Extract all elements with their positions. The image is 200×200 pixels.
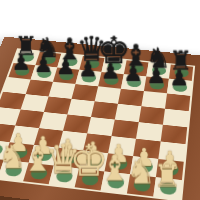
felt-pad <box>59 151 77 164</box>
square-e3 <box>83 133 111 153</box>
square-h4 <box>161 125 188 144</box>
square-c3 <box>34 128 63 148</box>
square-b6 <box>26 79 53 96</box>
square-f5 <box>115 104 142 122</box>
square-h2: ♟ <box>156 159 184 180</box>
square-e4 <box>87 117 115 136</box>
felt-pad <box>80 72 96 82</box>
square-f2: ♟ <box>104 153 133 174</box>
square-h1: ♜ <box>153 177 182 199</box>
felt-pad <box>4 163 23 176</box>
board-frame: ♜♞♝♛♚♝♞♜♟♟♟♟♟♟♟♟♟♟♟♟♟♟♟♟♜♞♝♛♚♝♞♜ <box>0 37 200 200</box>
felt-pad <box>85 154 103 167</box>
square-c5 <box>44 96 72 114</box>
felt-pad <box>0 143 4 156</box>
square-g4 <box>136 122 163 141</box>
felt-pad <box>19 52 35 62</box>
felt-pad <box>159 181 177 195</box>
board-scene: ♜♞♝♛♚♝♞♜♟♟♟♟♟♟♟♟♟♟♟♟♟♟♟♟♜♞♝♛♚♝♞♜ <box>0 0 200 200</box>
square-e8: ♚ <box>102 58 127 74</box>
felt-pad <box>172 82 187 93</box>
felt-pad <box>29 166 48 179</box>
felt-pad <box>126 77 142 88</box>
felt-pad <box>62 56 78 66</box>
felt-pad <box>10 146 29 159</box>
felt-pad <box>174 67 189 77</box>
square-d4 <box>63 114 91 133</box>
felt-pad <box>106 175 124 189</box>
felt-pad <box>84 59 100 69</box>
felt-pad <box>129 63 145 73</box>
square-h6 <box>165 93 190 111</box>
felt-pad <box>110 157 128 170</box>
chess-board: ♜♞♝♛♚♝♞♜♟♟♟♟♟♟♟♟♟♟♟♟♟♟♟♟♜♞♝♛♚♝♞♜ <box>0 37 200 200</box>
square-g1: ♞ <box>127 174 156 196</box>
square-h7: ♟ <box>167 79 192 96</box>
felt-pad <box>132 178 150 192</box>
felt-pad <box>40 54 56 64</box>
felt-pad <box>149 79 165 90</box>
chess-set-photo: ♜♞♝♛♚♝♞♜♟♟♟♟♟♟♟♟♟♟♟♟♟♟♟♟♜♞♝♛♚♝♞♜ <box>0 0 200 200</box>
felt-pad <box>58 70 74 80</box>
square-e5 <box>91 101 118 119</box>
felt-pad <box>36 68 53 78</box>
board-grid: ♜♞♝♛♚♝♞♜♟♟♟♟♟♟♟♟♟♟♟♟♟♟♟♟♜♞♝♛♚♝♞♜ <box>0 50 193 200</box>
square-e2: ♟ <box>79 151 108 172</box>
square-f1: ♝ <box>101 171 130 193</box>
square-d5 <box>67 99 94 117</box>
felt-pad <box>14 66 31 76</box>
felt-pad <box>106 61 122 71</box>
board-inner-border: ♜♞♝♛♚♝♞♜♟♟♟♟♟♟♟♟♟♟♟♟♟♟♟♟♜♞♝♛♚♝♞♜ <box>0 48 195 200</box>
square-e1: ♚ <box>75 168 105 190</box>
felt-pad <box>103 75 119 85</box>
square-g2: ♟ <box>130 156 158 177</box>
felt-pad <box>55 169 74 183</box>
felt-pad <box>161 163 178 176</box>
felt-pad <box>135 160 153 173</box>
felt-pad <box>80 172 99 186</box>
felt-pad <box>34 148 53 161</box>
felt-pad <box>151 65 166 75</box>
square-f6 <box>118 89 144 107</box>
